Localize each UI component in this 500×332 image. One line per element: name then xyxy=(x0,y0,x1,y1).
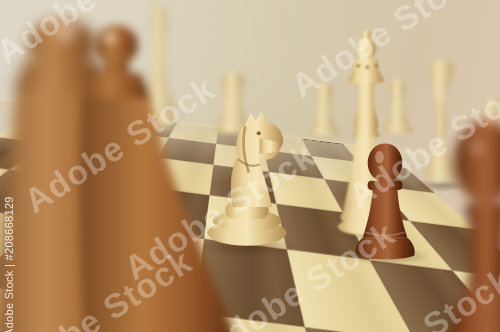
chess-photo: Adobe Stock Adobe Stock Adobe Stock Adob… xyxy=(0,0,500,332)
dark-pawn-right-foreground xyxy=(448,118,500,332)
dark-queen-foreground xyxy=(82,22,237,332)
stock-credit-text: Adobe Stock | #208668129 xyxy=(3,212,15,332)
dark-pawn xyxy=(354,142,416,260)
